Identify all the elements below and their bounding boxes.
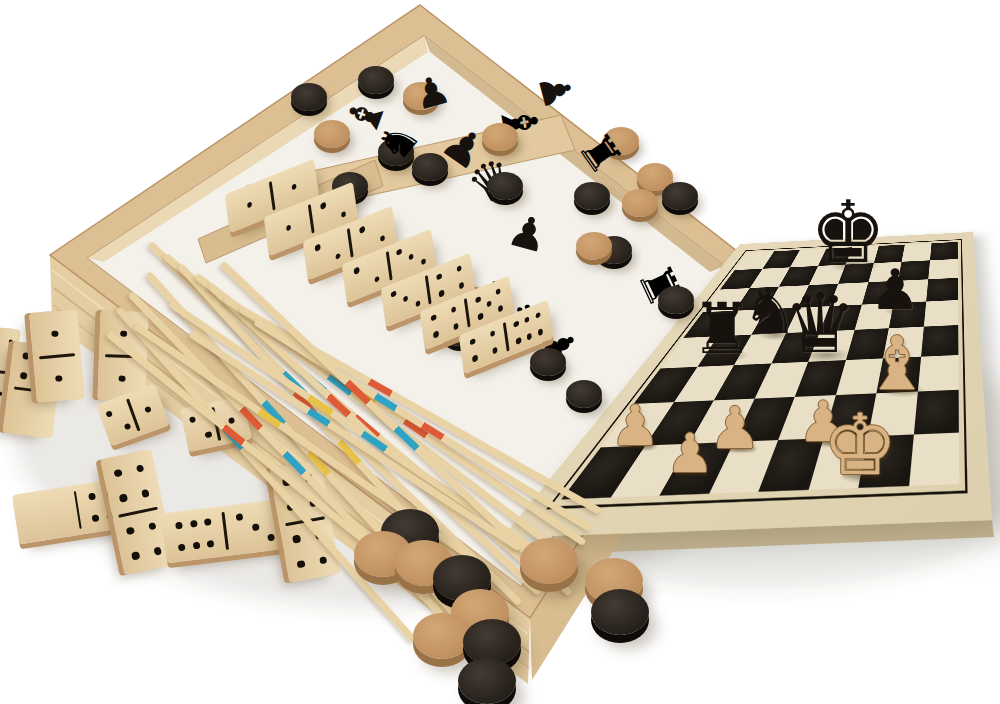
domino-pip [51,330,58,337]
domino-pip [114,469,123,478]
square-h6[interactable] [926,278,958,301]
domino-pip [458,282,464,289]
chess-piece-white-king[interactable]: ♚ [822,403,897,487]
domino-pip [55,375,62,382]
domino-divider [386,251,392,281]
draughts-disc-natural[interactable] [413,613,471,659]
domino-pip [22,352,30,360]
domino-pip [87,493,95,501]
chess-piece-black-queen[interactable]: ♛ [783,283,857,365]
domino-pip [136,464,145,473]
domino-pip [247,201,253,208]
game-set-photo: { "scene": { "description": "Overhead pr… [0,0,1000,704]
domino-pip [340,210,346,217]
domino-pip [537,329,543,336]
domino-pip [320,202,326,209]
box-draughts-disc-natural[interactable] [622,189,658,217]
scattered-domino-1-1[interactable] [29,309,85,403]
domino-pip [514,320,520,327]
domino-pip [472,355,478,362]
domino-divider [347,228,353,258]
domino-pip [456,265,462,272]
domino-pip [175,522,183,530]
domino-pip [495,288,501,295]
box-draughts-disc-black[interactable] [574,182,610,210]
domino-pip [251,523,259,531]
box-draughts-disc-black[interactable] [658,286,694,314]
domino-pip [492,347,498,354]
domino-pip [453,323,459,330]
box-draughts-disc-black[interactable] [530,348,566,376]
chess-piece-white-pawn[interactable]: ♟ [610,398,660,454]
square-h7[interactable] [928,259,958,280]
domino-pip [391,290,397,297]
domino-pip [235,513,243,521]
domino-pip [123,423,131,431]
box-draughts-disc-black[interactable] [662,182,698,210]
chess-piece-white-pawn[interactable]: ♟ [709,399,761,457]
domino-pip [20,372,28,380]
domino-pip [319,556,327,564]
domino-pip [119,494,128,503]
domino-pip [286,224,292,231]
draughts-disc-black[interactable] [458,658,516,704]
domino-pip [192,542,200,550]
domino-pip [292,535,300,543]
domino-pip [486,300,492,307]
domino-pip [497,305,503,312]
domino-pip [359,226,365,233]
domino-pip [207,540,215,548]
domino-pip [524,316,530,323]
domino-pip [403,295,409,302]
domino-pip [489,330,495,337]
domino-pip [535,311,541,318]
domino-pip [470,338,476,345]
domino-pip [144,406,152,414]
square-h1[interactable] [909,432,960,486]
domino-pip [119,375,126,382]
domino-pip [297,560,305,568]
domino-pip [204,518,212,526]
domino-pip [267,534,275,542]
domino-pip [433,331,439,338]
domino-pip [354,267,360,274]
domino-pip [431,314,437,321]
draughts-disc-black[interactable] [591,589,649,635]
domino-pip [228,417,235,424]
domino-pip [450,306,456,313]
domino-pip [420,258,426,265]
draughts-disc-natural[interactable] [520,538,578,584]
square-h8[interactable] [930,242,958,260]
box-draughts-disc-black[interactable] [566,380,602,408]
domino-divider [73,491,81,529]
domino-pip [189,520,197,528]
domino-pip [516,337,522,344]
domino-pip [91,514,99,522]
box-draughts-disc-natural[interactable] [576,232,612,260]
domino-pip [315,244,321,251]
domino-pip [374,275,380,282]
domino-pip [291,183,297,190]
domino-divider [269,181,275,211]
domino-pip [0,392,2,397]
domino-pip [126,526,135,535]
domino-pip [436,273,442,280]
box-draughts-disc-black[interactable] [291,83,327,111]
domino-divider [503,322,509,352]
domino-pip [205,431,212,438]
domino-pip [439,290,445,297]
domino-pip [131,552,140,561]
domino-pip [141,489,150,498]
chess-piece-white-bishop[interactable]: ♝ [864,326,930,400]
domino-divider [425,275,431,305]
domino-divider [221,512,228,550]
box-draughts-disc-natural[interactable] [482,123,518,151]
domino-divider [464,298,470,328]
domino-pip [379,234,385,241]
domino-pip [475,296,481,303]
domino-divider [118,507,157,518]
domino-pip [120,330,127,337]
domino-pip [415,300,421,307]
domino-pip [478,313,484,320]
chess-piece-black-pawn[interactable]: ♟ [870,262,920,318]
box-draughts-disc-black[interactable] [358,66,394,94]
domino-pip [527,333,533,340]
chess-piece-black-rook[interactable]: ♜ [691,294,754,364]
domino-pip [189,416,196,423]
domino-pip [178,544,186,552]
domino-pip [396,248,402,255]
domino-pip [148,521,157,530]
domino-divider [39,353,76,359]
domino-pip [408,253,414,260]
domino-pip [106,410,114,418]
domino-divider [308,204,314,234]
domino-pip [8,340,13,345]
domino-pip [154,547,163,556]
box-draughts-disc-black[interactable] [487,172,523,200]
domino-pip [335,252,341,259]
chess-piece-white-pawn[interactable]: ♟ [666,427,714,481]
